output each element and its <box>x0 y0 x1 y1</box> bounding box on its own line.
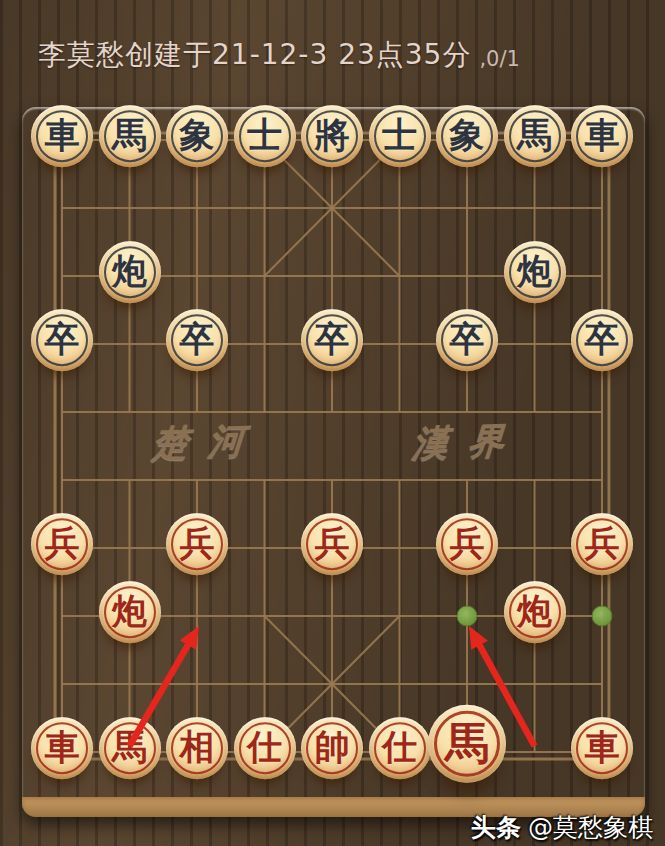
piece-red-b3[interactable]: 炮 <box>99 581 161 643</box>
piece-glyph: 馬 <box>517 118 552 153</box>
piece-glyph: 炮 <box>517 254 552 289</box>
piece-glyph: 象 <box>450 118 485 153</box>
piece-glyph: 馬 <box>445 721 489 765</box>
piece-red-c1[interactable]: 相 <box>166 717 228 779</box>
piece-red-a4[interactable]: 兵 <box>31 513 93 575</box>
pieces-layer: 車馬象士將士象馬車炮炮卒卒卒卒卒兵兵兵兵兵炮炮車馬相仕帥仕馬車 <box>22 107 645 817</box>
piece-red-d1[interactable]: 仕 <box>234 717 296 779</box>
piece-black-e7[interactable]: 卒 <box>301 309 363 371</box>
piece-black-c7[interactable]: 卒 <box>166 309 228 371</box>
piece-black-f10[interactable]: 士 <box>369 105 431 167</box>
xiangqi-board[interactable]: 楚河 漢界 車馬象士將士象馬車炮炮卒卒卒卒卒兵兵兵兵兵炮炮車馬相仕帥仕馬車 <box>22 107 645 817</box>
piece-glyph: 象 <box>180 118 215 153</box>
piece-glyph: 車 <box>585 118 620 153</box>
piece-red-e1[interactable]: 帥 <box>301 717 363 779</box>
piece-glyph: 炮 <box>112 254 147 289</box>
piece-glyph: 相 <box>180 730 215 765</box>
piece-black-g7[interactable]: 卒 <box>436 309 498 371</box>
piece-glyph: 兵 <box>45 526 80 561</box>
piece-red-i1[interactable]: 車 <box>571 717 633 779</box>
piece-black-h8[interactable]: 炮 <box>504 241 566 303</box>
puzzle-title: 李莫愁创建于21-12-3 23点35分 <box>38 38 471 71</box>
piece-glyph: 卒 <box>315 322 350 357</box>
piece-glyph: 車 <box>585 730 620 765</box>
piece-glyph: 兵 <box>180 526 215 561</box>
header: 李莫愁创建于21-12-3 23点35分,0/1 <box>38 36 520 74</box>
piece-glyph: 帥 <box>315 730 350 765</box>
piece-red-a1[interactable]: 車 <box>31 717 93 779</box>
piece-black-c10[interactable]: 象 <box>166 105 228 167</box>
piece-glyph: 仕 <box>382 730 417 765</box>
piece-red-g1[interactable]: 馬 <box>428 705 506 783</box>
piece-glyph: 兵 <box>585 526 620 561</box>
piece-glyph: 兵 <box>315 526 350 561</box>
piece-red-c4[interactable]: 兵 <box>166 513 228 575</box>
piece-glyph: 卒 <box>180 322 215 357</box>
piece-red-g4[interactable]: 兵 <box>436 513 498 575</box>
piece-glyph: 卒 <box>450 322 485 357</box>
piece-glyph: 士 <box>247 118 282 153</box>
piece-red-e4[interactable]: 兵 <box>301 513 363 575</box>
piece-glyph: 兵 <box>450 526 485 561</box>
piece-glyph: 卒 <box>45 322 80 357</box>
piece-red-h3[interactable]: 炮 <box>504 581 566 643</box>
piece-glyph: 馬 <box>112 730 147 765</box>
attempt-counter: ,0/1 <box>479 47 519 71</box>
piece-glyph: 車 <box>45 730 80 765</box>
piece-black-b10[interactable]: 馬 <box>99 105 161 167</box>
piece-red-i4[interactable]: 兵 <box>571 513 633 575</box>
piece-glyph: 士 <box>382 118 417 153</box>
watermark-handle: @莫愁象棋 <box>528 813 653 842</box>
piece-red-f1[interactable]: 仕 <box>369 717 431 779</box>
piece-black-a10[interactable]: 車 <box>31 105 93 167</box>
piece-glyph: 車 <box>45 118 80 153</box>
piece-red-b1[interactable]: 馬 <box>99 717 161 779</box>
piece-glyph: 將 <box>315 118 350 153</box>
watermark-brand: 头条 <box>471 813 521 842</box>
piece-black-b8[interactable]: 炮 <box>99 241 161 303</box>
piece-glyph: 炮 <box>517 594 552 629</box>
piece-black-g10[interactable]: 象 <box>436 105 498 167</box>
piece-glyph: 卒 <box>585 322 620 357</box>
piece-black-d10[interactable]: 士 <box>234 105 296 167</box>
piece-black-i7[interactable]: 卒 <box>571 309 633 371</box>
piece-glyph: 炮 <box>112 594 147 629</box>
piece-black-h10[interactable]: 馬 <box>504 105 566 167</box>
piece-black-i10[interactable]: 車 <box>571 105 633 167</box>
piece-black-e10[interactable]: 將 <box>301 105 363 167</box>
piece-glyph: 仕 <box>247 730 282 765</box>
piece-glyph: 馬 <box>112 118 147 153</box>
piece-black-a7[interactable]: 卒 <box>31 309 93 371</box>
app-background: 李莫愁创建于21-12-3 23点35分,0/1 楚河 漢界 車馬象士將士象馬車… <box>0 0 665 846</box>
